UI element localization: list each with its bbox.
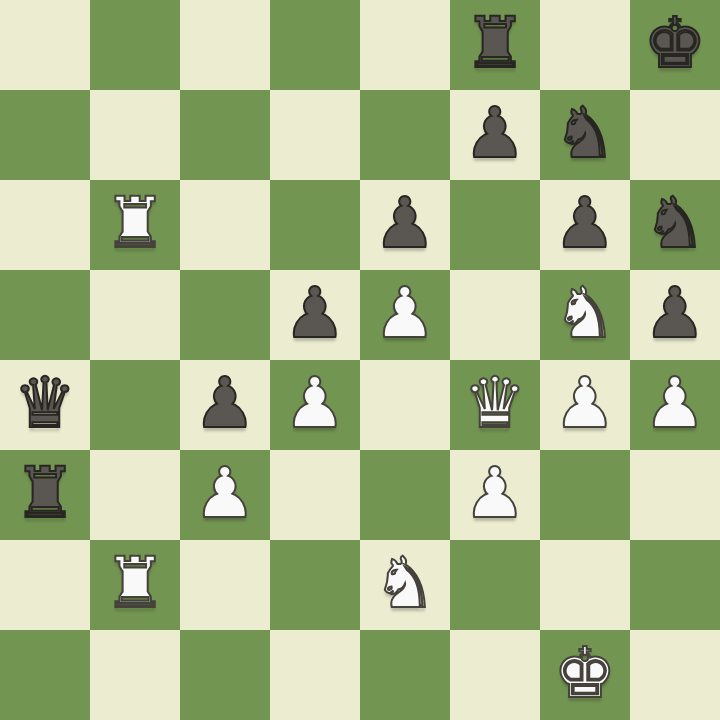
square-a8[interactable] <box>0 0 90 90</box>
chess-board: ♜♚♟♞♜♟♟♞♟♟♞♟♛♟♟♛♟♟♜♟♟♜♞♚ <box>0 0 720 720</box>
black-king[interactable]: ♚ <box>644 0 707 88</box>
square-d1[interactable] <box>270 630 360 720</box>
square-d6[interactable] <box>270 180 360 270</box>
square-e8[interactable] <box>360 0 450 90</box>
square-d2[interactable] <box>270 540 360 630</box>
square-g2[interactable] <box>540 540 630 630</box>
square-e3[interactable] <box>360 450 450 540</box>
square-h3[interactable] <box>630 450 720 540</box>
black-rook[interactable]: ♜ <box>464 0 527 88</box>
square-h1[interactable] <box>630 630 720 720</box>
square-b3[interactable] <box>90 450 180 540</box>
square-h8[interactable]: ♚ <box>630 0 720 90</box>
square-d5[interactable]: ♟ <box>270 270 360 360</box>
square-a3[interactable]: ♜ <box>0 450 90 540</box>
square-a6[interactable] <box>0 180 90 270</box>
white-knight[interactable]: ♞ <box>554 268 617 358</box>
square-g3[interactable] <box>540 450 630 540</box>
black-pawn[interactable]: ♟ <box>194 358 257 448</box>
square-f6[interactable] <box>450 180 540 270</box>
square-f8[interactable]: ♜ <box>450 0 540 90</box>
square-e7[interactable] <box>360 90 450 180</box>
square-g5[interactable]: ♞ <box>540 270 630 360</box>
square-d7[interactable] <box>270 90 360 180</box>
square-c4[interactable]: ♟ <box>180 360 270 450</box>
square-e6[interactable]: ♟ <box>360 180 450 270</box>
square-b2[interactable]: ♜ <box>90 540 180 630</box>
black-queen[interactable]: ♛ <box>14 358 77 448</box>
black-pawn[interactable]: ♟ <box>374 178 437 268</box>
square-g4[interactable]: ♟ <box>540 360 630 450</box>
black-pawn[interactable]: ♟ <box>554 178 617 268</box>
square-f7[interactable]: ♟ <box>450 90 540 180</box>
white-rook[interactable]: ♜ <box>104 538 167 628</box>
square-g8[interactable] <box>540 0 630 90</box>
white-knight[interactable]: ♞ <box>374 538 437 628</box>
square-h7[interactable] <box>630 90 720 180</box>
square-c2[interactable] <box>180 540 270 630</box>
square-g6[interactable]: ♟ <box>540 180 630 270</box>
square-a4[interactable]: ♛ <box>0 360 90 450</box>
white-king[interactable]: ♚ <box>554 628 617 718</box>
square-c3[interactable]: ♟ <box>180 450 270 540</box>
square-d4[interactable]: ♟ <box>270 360 360 450</box>
square-c1[interactable] <box>180 630 270 720</box>
white-pawn[interactable]: ♟ <box>284 358 347 448</box>
square-h5[interactable]: ♟ <box>630 270 720 360</box>
square-b8[interactable] <box>90 0 180 90</box>
square-f2[interactable] <box>450 540 540 630</box>
black-pawn[interactable]: ♟ <box>644 268 707 358</box>
square-d3[interactable] <box>270 450 360 540</box>
square-b6[interactable]: ♜ <box>90 180 180 270</box>
white-rook[interactable]: ♜ <box>104 178 167 268</box>
black-knight[interactable]: ♞ <box>644 178 707 268</box>
square-a1[interactable] <box>0 630 90 720</box>
black-knight[interactable]: ♞ <box>554 88 617 178</box>
black-pawn[interactable]: ♟ <box>284 268 347 358</box>
square-a5[interactable] <box>0 270 90 360</box>
square-e4[interactable] <box>360 360 450 450</box>
square-b4[interactable] <box>90 360 180 450</box>
white-pawn[interactable]: ♟ <box>374 268 437 358</box>
black-rook[interactable]: ♜ <box>14 448 77 538</box>
square-g1[interactable]: ♚ <box>540 630 630 720</box>
square-h4[interactable]: ♟ <box>630 360 720 450</box>
square-c8[interactable] <box>180 0 270 90</box>
square-g7[interactable]: ♞ <box>540 90 630 180</box>
square-f3[interactable]: ♟ <box>450 450 540 540</box>
square-c5[interactable] <box>180 270 270 360</box>
square-c6[interactable] <box>180 180 270 270</box>
square-b1[interactable] <box>90 630 180 720</box>
white-pawn[interactable]: ♟ <box>644 358 707 448</box>
square-e2[interactable]: ♞ <box>360 540 450 630</box>
white-pawn[interactable]: ♟ <box>464 448 527 538</box>
square-b7[interactable] <box>90 90 180 180</box>
white-pawn[interactable]: ♟ <box>194 448 257 538</box>
square-d8[interactable] <box>270 0 360 90</box>
square-e5[interactable]: ♟ <box>360 270 450 360</box>
square-f5[interactable] <box>450 270 540 360</box>
square-h6[interactable]: ♞ <box>630 180 720 270</box>
square-c7[interactable] <box>180 90 270 180</box>
white-queen[interactable]: ♛ <box>464 358 527 448</box>
black-pawn[interactable]: ♟ <box>464 88 527 178</box>
square-f4[interactable]: ♛ <box>450 360 540 450</box>
square-a7[interactable] <box>0 90 90 180</box>
square-h2[interactable] <box>630 540 720 630</box>
white-pawn[interactable]: ♟ <box>554 358 617 448</box>
square-f1[interactable] <box>450 630 540 720</box>
square-a2[interactable] <box>0 540 90 630</box>
square-e1[interactable] <box>360 630 450 720</box>
square-b5[interactable] <box>90 270 180 360</box>
